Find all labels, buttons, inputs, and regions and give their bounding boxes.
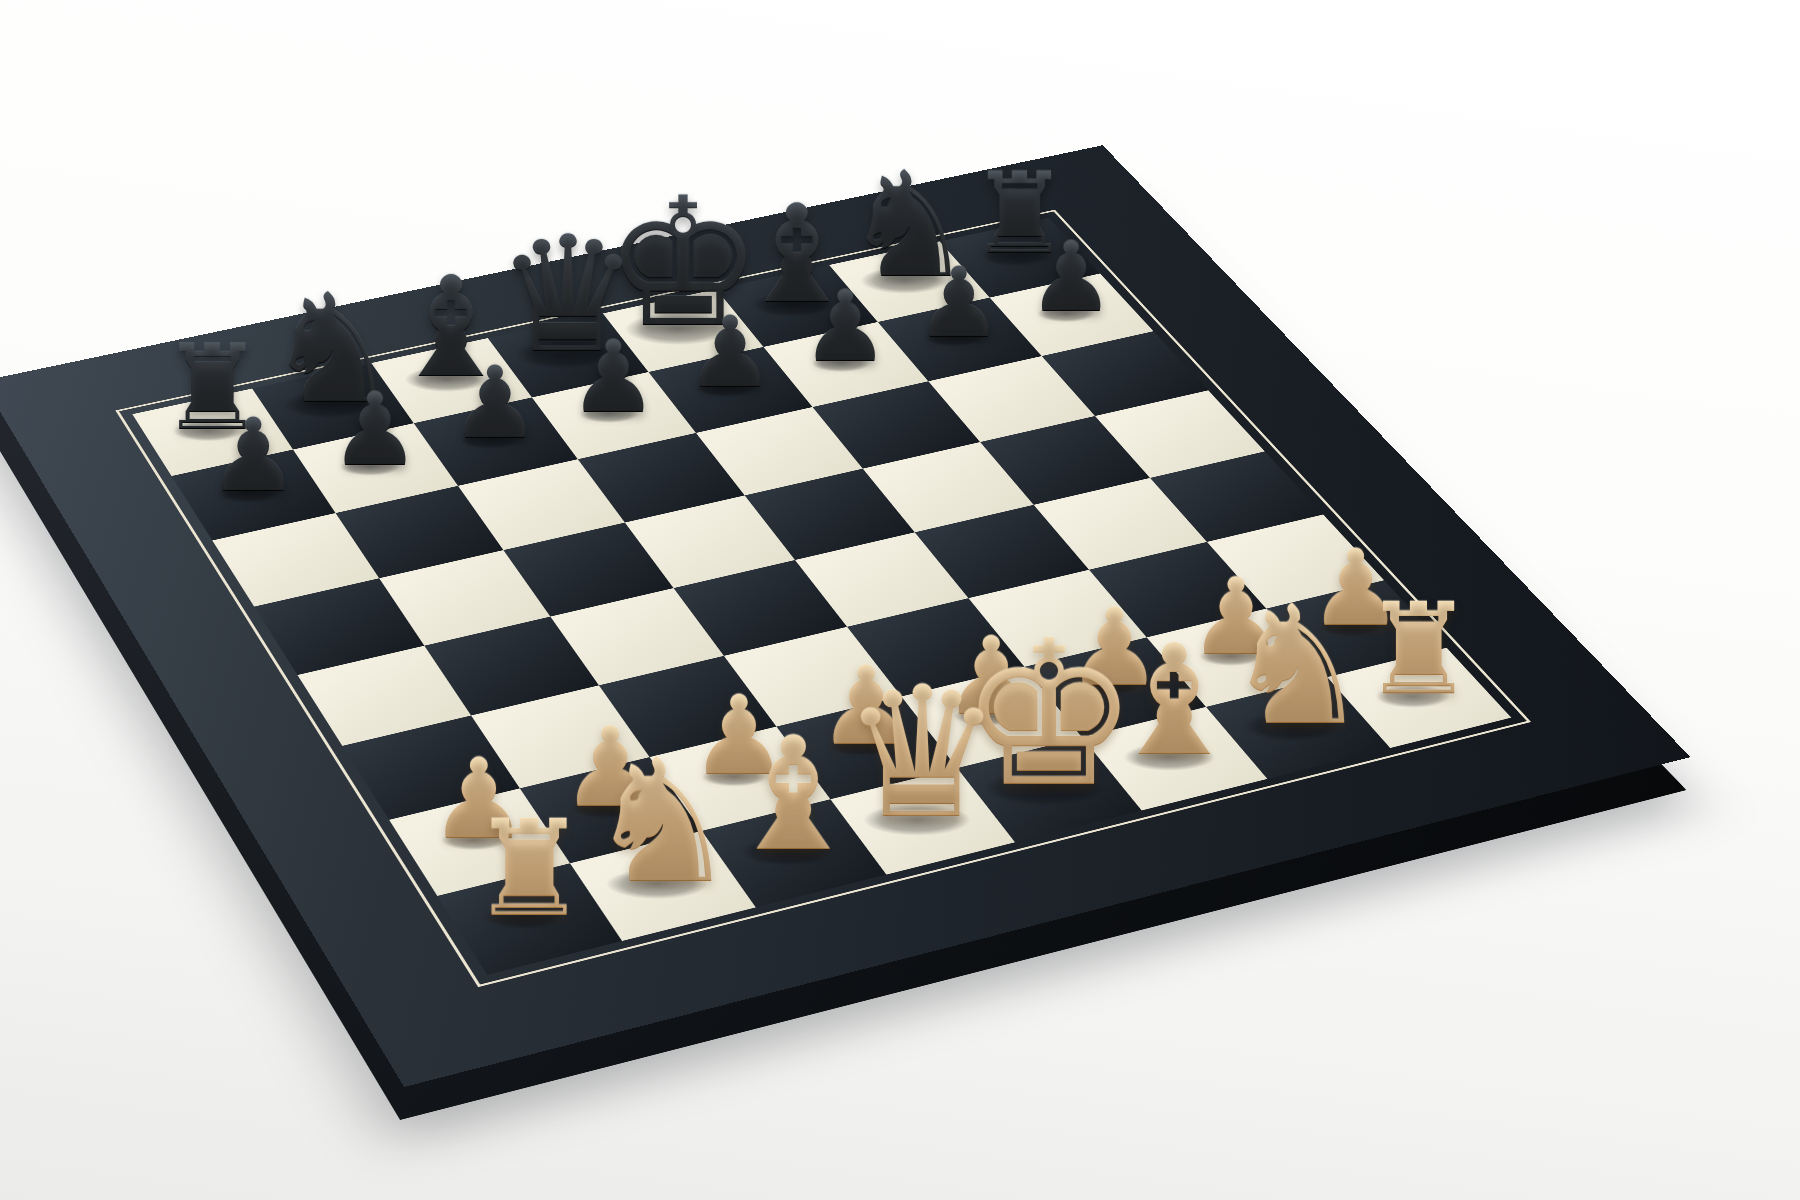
board-face	[0, 145, 1690, 1087]
photo-stage: ♜♞♝♛♚♝♞♜♟♟♟♟♟♟♟♟♟♟♟♟♟♟♟♟♜♞♝♛♚♝♞♜	[0, 0, 1800, 1200]
